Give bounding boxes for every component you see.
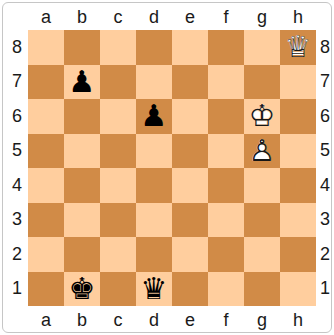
piece-white-queen-h8[interactable]: ♕ — [280, 30, 316, 65]
piece-fill-white-pawn-g5: ♟ — [244, 134, 280, 169]
square-g8[interactable] — [244, 30, 280, 65]
rank-label-7-right: 7 — [316, 65, 332, 100]
square-d3[interactable] — [136, 203, 172, 238]
piece-white-king-g6[interactable]: ♔ — [244, 99, 280, 134]
rank-label-6-right: 6 — [316, 99, 332, 134]
square-f1[interactable] — [208, 272, 244, 307]
square-f8[interactable] — [208, 30, 244, 65]
square-f3[interactable] — [208, 203, 244, 238]
square-h1[interactable] — [280, 272, 316, 307]
square-c1[interactable] — [100, 272, 136, 307]
square-h2[interactable] — [280, 237, 316, 272]
rank-label-5-right: 5 — [316, 134, 332, 169]
file-label-h-bottom: h — [280, 306, 316, 333]
square-g6[interactable]: ♚♔ — [244, 99, 280, 134]
square-c4[interactable] — [100, 168, 136, 203]
square-a3[interactable] — [28, 203, 64, 238]
square-d4[interactable] — [136, 168, 172, 203]
rank-label-4-right: 4 — [316, 168, 332, 203]
square-c5[interactable] — [100, 134, 136, 169]
square-d6[interactable]: ♟ — [136, 99, 172, 134]
piece-fill-white-king-g6: ♚ — [244, 99, 280, 134]
square-c7[interactable] — [100, 65, 136, 100]
square-f2[interactable] — [208, 237, 244, 272]
square-f7[interactable] — [208, 65, 244, 100]
board-frame: abcdefgh8♛♕87♟76♟♚♔65♟♙54433221♚♛1abcdef… — [2, 2, 332, 333]
file-label-a-bottom: a — [28, 306, 64, 333]
square-e1[interactable] — [172, 272, 208, 307]
square-e2[interactable] — [172, 237, 208, 272]
square-a4[interactable] — [28, 168, 64, 203]
rank-label-3-right: 3 — [316, 203, 332, 238]
rank-label-1-left: 1 — [6, 272, 28, 307]
square-g5[interactable]: ♟♙ — [244, 134, 280, 169]
square-h7[interactable] — [280, 65, 316, 100]
corner-spacer — [6, 306, 28, 333]
square-g1[interactable] — [244, 272, 280, 307]
square-f5[interactable] — [208, 134, 244, 169]
square-d5[interactable] — [136, 134, 172, 169]
rank-label-1-right: 1 — [316, 272, 332, 307]
file-label-f-bottom: f — [208, 306, 244, 333]
square-e7[interactable] — [172, 65, 208, 100]
square-e6[interactable] — [172, 99, 208, 134]
square-b8[interactable] — [64, 30, 100, 65]
file-label-e-bottom: e — [172, 306, 208, 333]
square-d1[interactable]: ♛ — [136, 272, 172, 307]
square-d2[interactable] — [136, 237, 172, 272]
piece-black-king-b1[interactable]: ♚ — [64, 272, 100, 307]
square-g7[interactable] — [244, 65, 280, 100]
rank-label-3-left: 3 — [6, 203, 28, 238]
square-e3[interactable] — [172, 203, 208, 238]
file-label-c-top: c — [100, 5, 136, 30]
square-c6[interactable] — [100, 99, 136, 134]
square-b7[interactable]: ♟ — [64, 65, 100, 100]
piece-black-queen-d1[interactable]: ♛ — [136, 272, 172, 307]
rank-label-2-left: 2 — [6, 237, 28, 272]
rank-label-4-left: 4 — [6, 168, 28, 203]
square-a1[interactable] — [28, 272, 64, 307]
file-label-g-bottom: g — [244, 306, 280, 333]
square-g4[interactable] — [244, 168, 280, 203]
square-b4[interactable] — [64, 168, 100, 203]
piece-fill-white-queen-h8: ♛ — [280, 30, 316, 65]
corner-spacer — [316, 5, 332, 30]
square-b5[interactable] — [64, 134, 100, 169]
square-a7[interactable] — [28, 65, 64, 100]
square-h5[interactable] — [280, 134, 316, 169]
corner-spacer — [316, 306, 332, 333]
piece-black-pawn-b7[interactable]: ♟ — [64, 65, 100, 100]
square-f4[interactable] — [208, 168, 244, 203]
board-grid: abcdefgh8♛♕87♟76♟♚♔65♟♙54433221♚♛1abcdef… — [6, 5, 332, 333]
square-h3[interactable] — [280, 203, 316, 238]
square-g2[interactable] — [244, 237, 280, 272]
square-b2[interactable] — [64, 237, 100, 272]
rank-label-8-right: 8 — [316, 30, 332, 65]
square-b6[interactable] — [64, 99, 100, 134]
piece-white-pawn-g5[interactable]: ♙ — [244, 134, 280, 169]
square-h4[interactable] — [280, 168, 316, 203]
file-label-a-top: a — [28, 5, 64, 30]
square-c3[interactable] — [100, 203, 136, 238]
square-a5[interactable] — [28, 134, 64, 169]
file-label-h-top: h — [280, 5, 316, 30]
square-c2[interactable] — [100, 237, 136, 272]
square-a8[interactable] — [28, 30, 64, 65]
square-d7[interactable] — [136, 65, 172, 100]
file-label-b-top: b — [64, 5, 100, 30]
square-b1[interactable]: ♚ — [64, 272, 100, 307]
file-label-c-bottom: c — [100, 306, 136, 333]
file-label-d-top: d — [136, 5, 172, 30]
file-label-e-top: e — [172, 5, 208, 30]
rank-label-5-left: 5 — [6, 134, 28, 169]
square-e8[interactable] — [172, 30, 208, 65]
square-h6[interactable] — [280, 99, 316, 134]
square-c8[interactable] — [100, 30, 136, 65]
file-label-f-top: f — [208, 5, 244, 30]
square-f6[interactable] — [208, 99, 244, 134]
rank-label-6-left: 6 — [6, 99, 28, 134]
square-e5[interactable] — [172, 134, 208, 169]
file-label-d-bottom: d — [136, 306, 172, 333]
square-h8[interactable]: ♛♕ — [280, 30, 316, 65]
rank-label-2-right: 2 — [316, 237, 332, 272]
square-g3[interactable] — [244, 203, 280, 238]
square-a2[interactable] — [28, 237, 64, 272]
rank-label-8-left: 8 — [6, 30, 28, 65]
file-label-g-top: g — [244, 5, 280, 30]
square-b3[interactable] — [64, 203, 100, 238]
piece-black-pawn-d6[interactable]: ♟ — [136, 99, 172, 134]
square-e4[interactable] — [172, 168, 208, 203]
corner-spacer — [6, 5, 28, 30]
file-label-b-bottom: b — [64, 306, 100, 333]
rank-label-7-left: 7 — [6, 65, 28, 100]
square-d8[interactable] — [136, 30, 172, 65]
chess-diagram-page: abcdefgh8♛♕87♟76♟♚♔65♟♙54433221♚♛1abcdef… — [0, 0, 334, 335]
square-a6[interactable] — [28, 99, 64, 134]
